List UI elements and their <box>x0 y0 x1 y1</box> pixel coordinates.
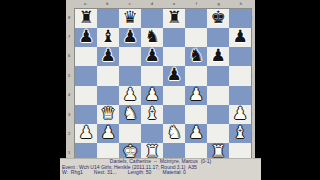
square-f4[interactable]: ♟ <box>185 86 207 105</box>
thumbnail-root: { "game": "chess", "position": { "fen": … <box>0 0 320 180</box>
square-e2[interactable]: ♞ <box>163 124 185 143</box>
square-e7[interactable] <box>163 28 185 47</box>
square-d5[interactable] <box>141 66 163 85</box>
square-g4[interactable] <box>207 86 229 105</box>
square-f3[interactable] <box>185 105 207 124</box>
rank-labels-left: 87654321 <box>68 8 70 163</box>
square-c8[interactable]: ♛ <box>119 9 141 28</box>
square-d7[interactable]: ♞ <box>141 28 163 47</box>
square-g6[interactable]: ♟ <box>207 47 229 66</box>
square-d6[interactable]: ♟ <box>141 47 163 66</box>
square-a6[interactable] <box>75 47 97 66</box>
square-f5[interactable] <box>185 66 207 85</box>
square-c6[interactable] <box>119 47 141 66</box>
square-d8[interactable] <box>141 9 163 28</box>
square-g3[interactable] <box>207 105 229 124</box>
black-bishop-b7[interactable]: ♝ <box>100 28 115 45</box>
file-label-h: h <box>230 2 252 6</box>
square-a3[interactable] <box>75 105 97 124</box>
square-h7[interactable]: ♟ <box>229 28 251 47</box>
square-e5[interactable]: ♟ <box>163 66 185 85</box>
square-a8[interactable]: ♜ <box>75 9 97 28</box>
black-pawn-g6[interactable]: ♟ <box>210 47 225 64</box>
black-pawn-c7[interactable]: ♟ <box>122 28 137 45</box>
square-g8[interactable]: ♚ <box>207 9 229 28</box>
black-pawn-a7[interactable]: ♟ <box>78 28 93 45</box>
black-queen-c8[interactable]: ♛ <box>122 9 137 26</box>
file-label-b: b <box>96 2 118 6</box>
caption-background: Daniels, Catherine -- Mcintyre, Marcus (… <box>60 158 261 180</box>
square-b5[interactable] <box>97 66 119 85</box>
square-e4[interactable] <box>163 86 185 105</box>
square-b4[interactable] <box>97 86 119 105</box>
black-knight-f6[interactable]: ♞ <box>188 47 203 64</box>
square-h2[interactable]: ♝ <box>229 124 251 143</box>
square-b2[interactable]: ♟ <box>97 124 119 143</box>
white-pawn-a2[interactable]: ♟ <box>78 124 93 141</box>
square-b8[interactable] <box>97 9 119 28</box>
black-pawn-b6[interactable]: ♟ <box>100 47 115 64</box>
file-labels-top: abcdefgh <box>74 2 252 6</box>
black-pawn-d6[interactable]: ♟ <box>144 47 159 64</box>
square-b7[interactable]: ♝ <box>97 28 119 47</box>
file-label-g: g <box>208 2 230 6</box>
square-c4[interactable]: ♟ <box>119 86 141 105</box>
rank-label-6: 6 <box>68 47 70 66</box>
square-e3[interactable] <box>163 105 185 124</box>
square-c7[interactable]: ♟ <box>119 28 141 47</box>
white-pawn-c4[interactable]: ♟ <box>122 86 137 103</box>
square-a7[interactable]: ♟ <box>75 28 97 47</box>
black-pawn-h7[interactable]: ♟ <box>232 28 247 45</box>
black-knight-d7[interactable]: ♞ <box>144 28 159 45</box>
black-rook-e8[interactable]: ♜ <box>166 9 181 26</box>
square-f6[interactable]: ♞ <box>185 47 207 66</box>
square-d4[interactable]: ♟ <box>141 86 163 105</box>
square-g7[interactable] <box>207 28 229 47</box>
rank-label-7: 7 <box>68 27 70 46</box>
square-a5[interactable] <box>75 66 97 85</box>
square-d3[interactable]: ♝ <box>141 105 163 124</box>
square-h6[interactable] <box>229 47 251 66</box>
square-a4[interactable] <box>75 86 97 105</box>
white-bishop-h2[interactable]: ♝ <box>232 124 247 141</box>
square-b6[interactable]: ♟ <box>97 47 119 66</box>
chess-board[interactable]: ♜♛♜♚♟♝♟♞♟♟♟♞♟♟♟♟♟♛♞♝♟♟♟♞♟♝♚♜♜ <box>74 8 252 163</box>
caption-moveinfo: W: Rhg1 Next: 31... Length: 50 Material:… <box>60 170 261 176</box>
black-rook-a8[interactable]: ♜ <box>78 9 93 26</box>
white-knight-e2[interactable]: ♞ <box>166 124 181 141</box>
rank-label-4: 4 <box>68 86 70 105</box>
square-h8[interactable] <box>229 9 251 28</box>
file-label-d: d <box>141 2 163 6</box>
white-pawn-f4[interactable]: ♟ <box>188 86 203 103</box>
square-e8[interactable]: ♜ <box>163 9 185 28</box>
rank-label-3: 3 <box>68 105 70 124</box>
black-king-g8[interactable]: ♚ <box>210 9 225 26</box>
rank-label-8: 8 <box>68 8 70 27</box>
file-label-f: f <box>185 2 207 6</box>
square-c2[interactable] <box>119 124 141 143</box>
white-bishop-d3[interactable]: ♝ <box>144 105 159 122</box>
white-knight-c3[interactable]: ♞ <box>122 105 137 122</box>
video-content-area: abcdefgh 87654321 87654321 abcdefgh ♜♛♜♚… <box>66 0 255 180</box>
square-f7[interactable] <box>185 28 207 47</box>
square-c5[interactable] <box>119 66 141 85</box>
file-label-a: a <box>74 2 96 6</box>
white-pawn-b2[interactable]: ♟ <box>100 124 115 141</box>
square-h4[interactable] <box>229 86 251 105</box>
square-c3[interactable]: ♞ <box>119 105 141 124</box>
square-a2[interactable]: ♟ <box>75 124 97 143</box>
square-g2[interactable] <box>207 124 229 143</box>
file-label-c: c <box>119 2 141 6</box>
square-b3[interactable]: ♛ <box>97 105 119 124</box>
square-h3[interactable]: ♟ <box>229 105 251 124</box>
square-f8[interactable] <box>185 9 207 28</box>
square-h5[interactable] <box>229 66 251 85</box>
square-f2[interactable]: ♟ <box>185 124 207 143</box>
square-g5[interactable] <box>207 66 229 85</box>
rank-label-5: 5 <box>68 66 70 85</box>
white-pawn-d4[interactable]: ♟ <box>144 86 159 103</box>
white-queen-b3[interactable]: ♛ <box>100 105 115 122</box>
white-pawn-f2[interactable]: ♟ <box>188 124 203 141</box>
square-d2[interactable] <box>141 124 163 143</box>
rank-label-2: 2 <box>68 124 70 143</box>
file-label-e: e <box>163 2 185 6</box>
caption-strip: Daniels, Catherine -- Mcintyre, Marcus (… <box>66 169 255 180</box>
square-e6[interactable] <box>163 47 185 66</box>
white-pawn-h3[interactable]: ♟ <box>232 105 247 122</box>
black-pawn-e5[interactable]: ♟ <box>166 66 181 83</box>
